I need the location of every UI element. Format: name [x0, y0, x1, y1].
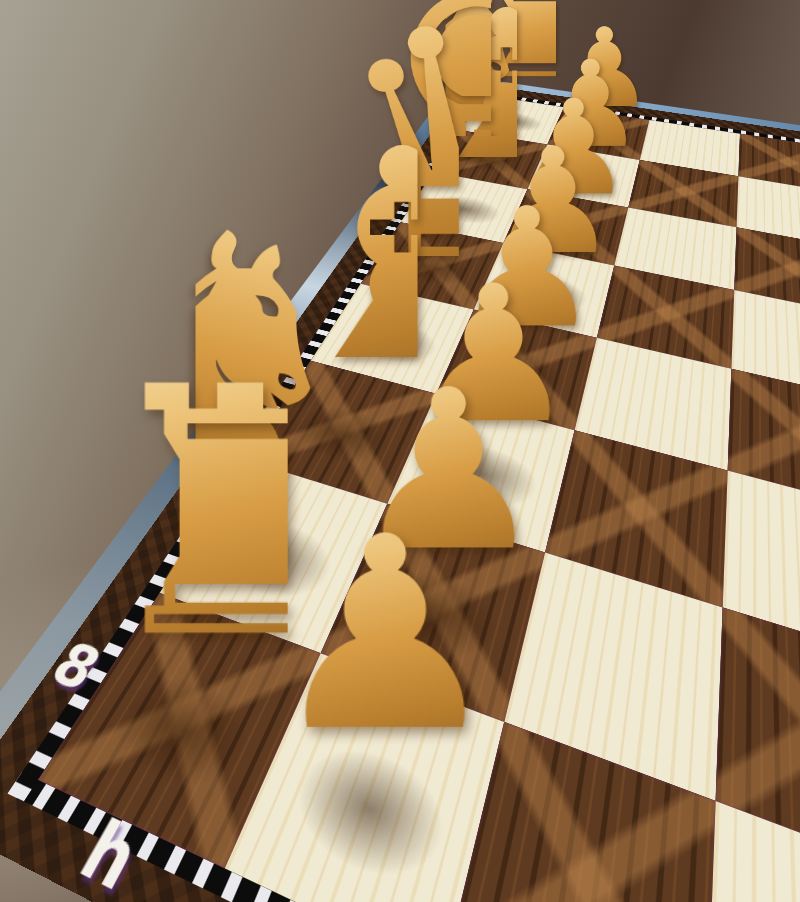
chess-board: 8 h ♜♞♝♛♚♝♞♜♟♟♟♟♟♟♟♟ [0, 82, 800, 902]
perspective-scene: 8 h ♜♞♝♛♚♝♞♜♟♟♟♟♟♟♟♟ [0, 0, 800, 902]
piece-pawn-g8[interactable]: ♟ [225, 653, 505, 902]
pawn-glyph-icon: ♟ [266, 479, 481, 790]
rook-glyph-icon: ♜ [88, 315, 288, 713]
square-e8[interactable] [705, 801, 800, 902]
photo-stage: 8 h ♜♞♝♛♚♝♞♜♟♟♟♟♟♟♟♟ [0, 0, 800, 902]
